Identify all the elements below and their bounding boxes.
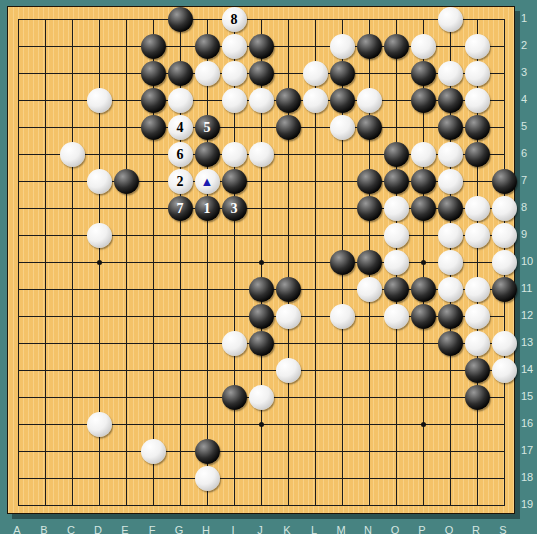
white-stone-j15[interactable] (249, 385, 274, 410)
white-stone-i6[interactable] (222, 142, 247, 167)
black-stone-o11[interactable] (384, 277, 409, 302)
black-stone-p7[interactable] (411, 169, 436, 194)
star-point-p16 (421, 422, 426, 427)
black-stone-p12[interactable] (411, 304, 436, 329)
black-stone-i15[interactable] (222, 385, 247, 410)
black-stone-f2[interactable] (141, 34, 166, 59)
black-stone-h6[interactable] (195, 142, 220, 167)
white-stone-g6[interactable]: 6 (168, 142, 193, 167)
white-stone-r3[interactable] (465, 61, 490, 86)
column-label-f: F (149, 525, 156, 534)
black-stone-j13[interactable] (249, 331, 274, 356)
column-label-o: O (391, 525, 400, 534)
white-stone-g7[interactable]: 2 (168, 169, 193, 194)
white-stone-r13[interactable] (465, 331, 490, 356)
black-stone-h5[interactable]: 5 (195, 115, 220, 140)
white-stone-d9[interactable] (87, 223, 112, 248)
white-stone-p2[interactable] (411, 34, 436, 59)
black-stone-o2[interactable] (384, 34, 409, 59)
white-stone-f17[interactable] (141, 439, 166, 464)
white-stone-q11[interactable] (438, 277, 463, 302)
white-stone-i1[interactable]: 8 (222, 7, 247, 32)
row-label-4: 4 (521, 94, 527, 105)
white-stone-s8[interactable] (492, 196, 517, 221)
white-stone-k12[interactable] (276, 304, 301, 329)
white-stone-r11[interactable] (465, 277, 490, 302)
white-stone-p6[interactable] (411, 142, 436, 167)
black-stone-g1[interactable] (168, 7, 193, 32)
black-stone-h8[interactable]: 1 (195, 196, 220, 221)
row-label-3: 3 (521, 67, 527, 78)
row-label-16: 16 (521, 418, 533, 429)
white-stone-h7[interactable]: ▲ (195, 169, 220, 194)
column-label-h: H (202, 525, 210, 534)
white-stone-o9[interactable] (384, 223, 409, 248)
row-label-18: 18 (521, 472, 533, 483)
white-stone-m2[interactable] (330, 34, 355, 59)
column-label-g: G (175, 525, 184, 534)
black-stone-r14[interactable] (465, 358, 490, 383)
white-stone-g4[interactable] (168, 88, 193, 113)
black-stone-q8[interactable] (438, 196, 463, 221)
white-stone-r4[interactable] (465, 88, 490, 113)
row-label-17: 17 (521, 445, 533, 456)
white-stone-o12[interactable] (384, 304, 409, 329)
column-label-n: N (364, 525, 372, 534)
black-stone-g8[interactable]: 7 (168, 196, 193, 221)
move-number-6: 6 (177, 142, 184, 167)
column-label-c: C (67, 525, 75, 534)
black-stone-i7[interactable] (222, 169, 247, 194)
black-stone-h17[interactable] (195, 439, 220, 464)
white-stone-n4[interactable] (357, 88, 382, 113)
triangle-marker: ▲ (201, 169, 214, 194)
white-stone-r2[interactable] (465, 34, 490, 59)
row-label-5: 5 (521, 121, 527, 132)
white-stone-s13[interactable] (492, 331, 517, 356)
black-stone-s11[interactable] (492, 277, 517, 302)
move-number-5: 5 (204, 115, 211, 140)
black-stone-o6[interactable] (384, 142, 409, 167)
black-stone-s7[interactable] (492, 169, 517, 194)
white-stone-l3[interactable] (303, 61, 328, 86)
row-label-13: 13 (521, 337, 533, 348)
white-stone-m5[interactable] (330, 115, 355, 140)
white-stone-k14[interactable] (276, 358, 301, 383)
black-stone-r6[interactable] (465, 142, 490, 167)
move-number-1: 1 (204, 196, 211, 221)
move-number-8: 8 (231, 7, 238, 32)
move-number-2: 2 (177, 169, 184, 194)
black-stone-n5[interactable] (357, 115, 382, 140)
row-label-15: 15 (521, 391, 533, 402)
column-label-d: D (94, 525, 102, 534)
white-stone-d4[interactable] (87, 88, 112, 113)
black-stone-j2[interactable] (249, 34, 274, 59)
white-stone-q10[interactable] (438, 250, 463, 275)
white-stone-i3[interactable] (222, 61, 247, 86)
white-stone-i13[interactable] (222, 331, 247, 356)
black-stone-j12[interactable] (249, 304, 274, 329)
white-stone-r8[interactable] (465, 196, 490, 221)
move-number-3: 3 (231, 196, 238, 221)
black-stone-o7[interactable] (384, 169, 409, 194)
black-stone-n7[interactable] (357, 169, 382, 194)
black-stone-k4[interactable] (276, 88, 301, 113)
white-stone-c6[interactable] (60, 142, 85, 167)
black-stone-j3[interactable] (249, 61, 274, 86)
column-label-a: A (13, 525, 20, 534)
white-stone-d16[interactable] (87, 412, 112, 437)
white-stone-l4[interactable] (303, 88, 328, 113)
white-stone-s14[interactable] (492, 358, 517, 383)
go-app-background: 84562▲713 ABCDEFGHIJKLMNOPQRS 1234567891… (0, 0, 537, 534)
star-point-d10 (97, 260, 102, 265)
star-point-p10 (421, 260, 426, 265)
white-stone-i4[interactable] (222, 88, 247, 113)
black-stone-q13[interactable] (438, 331, 463, 356)
row-label-11: 11 (521, 283, 532, 294)
row-label-8: 8 (521, 202, 527, 213)
black-stone-m4[interactable] (330, 88, 355, 113)
white-stone-s9[interactable] (492, 223, 517, 248)
column-label-r: R (472, 525, 480, 534)
star-point-j16 (259, 422, 264, 427)
column-label-s: S (499, 525, 506, 534)
white-stone-q6[interactable] (438, 142, 463, 167)
black-stone-i8[interactable]: 3 (222, 196, 247, 221)
column-label-b: B (40, 525, 47, 534)
black-stone-n2[interactable] (357, 34, 382, 59)
white-stone-h18[interactable] (195, 466, 220, 491)
black-stone-r15[interactable] (465, 385, 490, 410)
black-stone-n8[interactable] (357, 196, 382, 221)
white-stone-n11[interactable] (357, 277, 382, 302)
move-number-7: 7 (177, 196, 184, 221)
black-stone-e7[interactable] (114, 169, 139, 194)
white-stone-j4[interactable] (249, 88, 274, 113)
column-label-i: I (231, 525, 234, 534)
star-point-j10 (259, 260, 264, 265)
go-board[interactable]: 84562▲713 (7, 6, 515, 514)
white-stone-o10[interactable] (384, 250, 409, 275)
column-label-p: P (418, 525, 425, 534)
white-stone-m12[interactable] (330, 304, 355, 329)
black-stone-f3[interactable] (141, 61, 166, 86)
white-stone-r12[interactable] (465, 304, 490, 329)
column-label-e: E (121, 525, 128, 534)
row-label-19: 19 (521, 499, 533, 510)
row-label-9: 9 (521, 229, 527, 240)
white-stone-h3[interactable] (195, 61, 220, 86)
black-stone-g3[interactable] (168, 61, 193, 86)
move-number-4: 4 (177, 115, 184, 140)
white-stone-q9[interactable] (438, 223, 463, 248)
row-label-10: 10 (521, 256, 533, 267)
black-stone-k11[interactable] (276, 277, 301, 302)
white-stone-s10[interactable] (492, 250, 517, 275)
white-stone-j6[interactable] (249, 142, 274, 167)
column-label-k: K (283, 525, 290, 534)
row-label-14: 14 (521, 364, 533, 375)
row-label-7: 7 (521, 175, 527, 186)
white-stone-r9[interactable] (465, 223, 490, 248)
white-stone-o8[interactable] (384, 196, 409, 221)
white-stone-q3[interactable] (438, 61, 463, 86)
white-stone-i2[interactable] (222, 34, 247, 59)
column-label-m: M (336, 525, 345, 534)
row-label-2: 2 (521, 40, 527, 51)
row-label-6: 6 (521, 148, 527, 159)
row-label-12: 12 (521, 310, 533, 321)
black-stone-p3[interactable] (411, 61, 436, 86)
black-stone-p4[interactable] (411, 88, 436, 113)
white-stone-q7[interactable] (438, 169, 463, 194)
black-stone-f4[interactable] (141, 88, 166, 113)
row-label-1: 1 (521, 13, 527, 24)
white-stone-g5[interactable]: 4 (168, 115, 193, 140)
white-stone-q1[interactable] (438, 7, 463, 32)
column-label-l: L (311, 525, 317, 534)
black-stone-q12[interactable] (438, 304, 463, 329)
column-label-q: Q (445, 525, 454, 534)
black-stone-j11[interactable] (249, 277, 274, 302)
black-stone-m10[interactable] (330, 250, 355, 275)
black-stone-q5[interactable] (438, 115, 463, 140)
black-stone-p11[interactable] (411, 277, 436, 302)
black-stone-h2[interactable] (195, 34, 220, 59)
black-stone-n10[interactable] (357, 250, 382, 275)
black-stone-k5[interactable] (276, 115, 301, 140)
column-label-j: J (257, 525, 263, 534)
black-stone-f5[interactable] (141, 115, 166, 140)
black-stone-r5[interactable] (465, 115, 490, 140)
black-stone-p8[interactable] (411, 196, 436, 221)
black-stone-q4[interactable] (438, 88, 463, 113)
black-stone-m3[interactable] (330, 61, 355, 86)
white-stone-d7[interactable] (87, 169, 112, 194)
